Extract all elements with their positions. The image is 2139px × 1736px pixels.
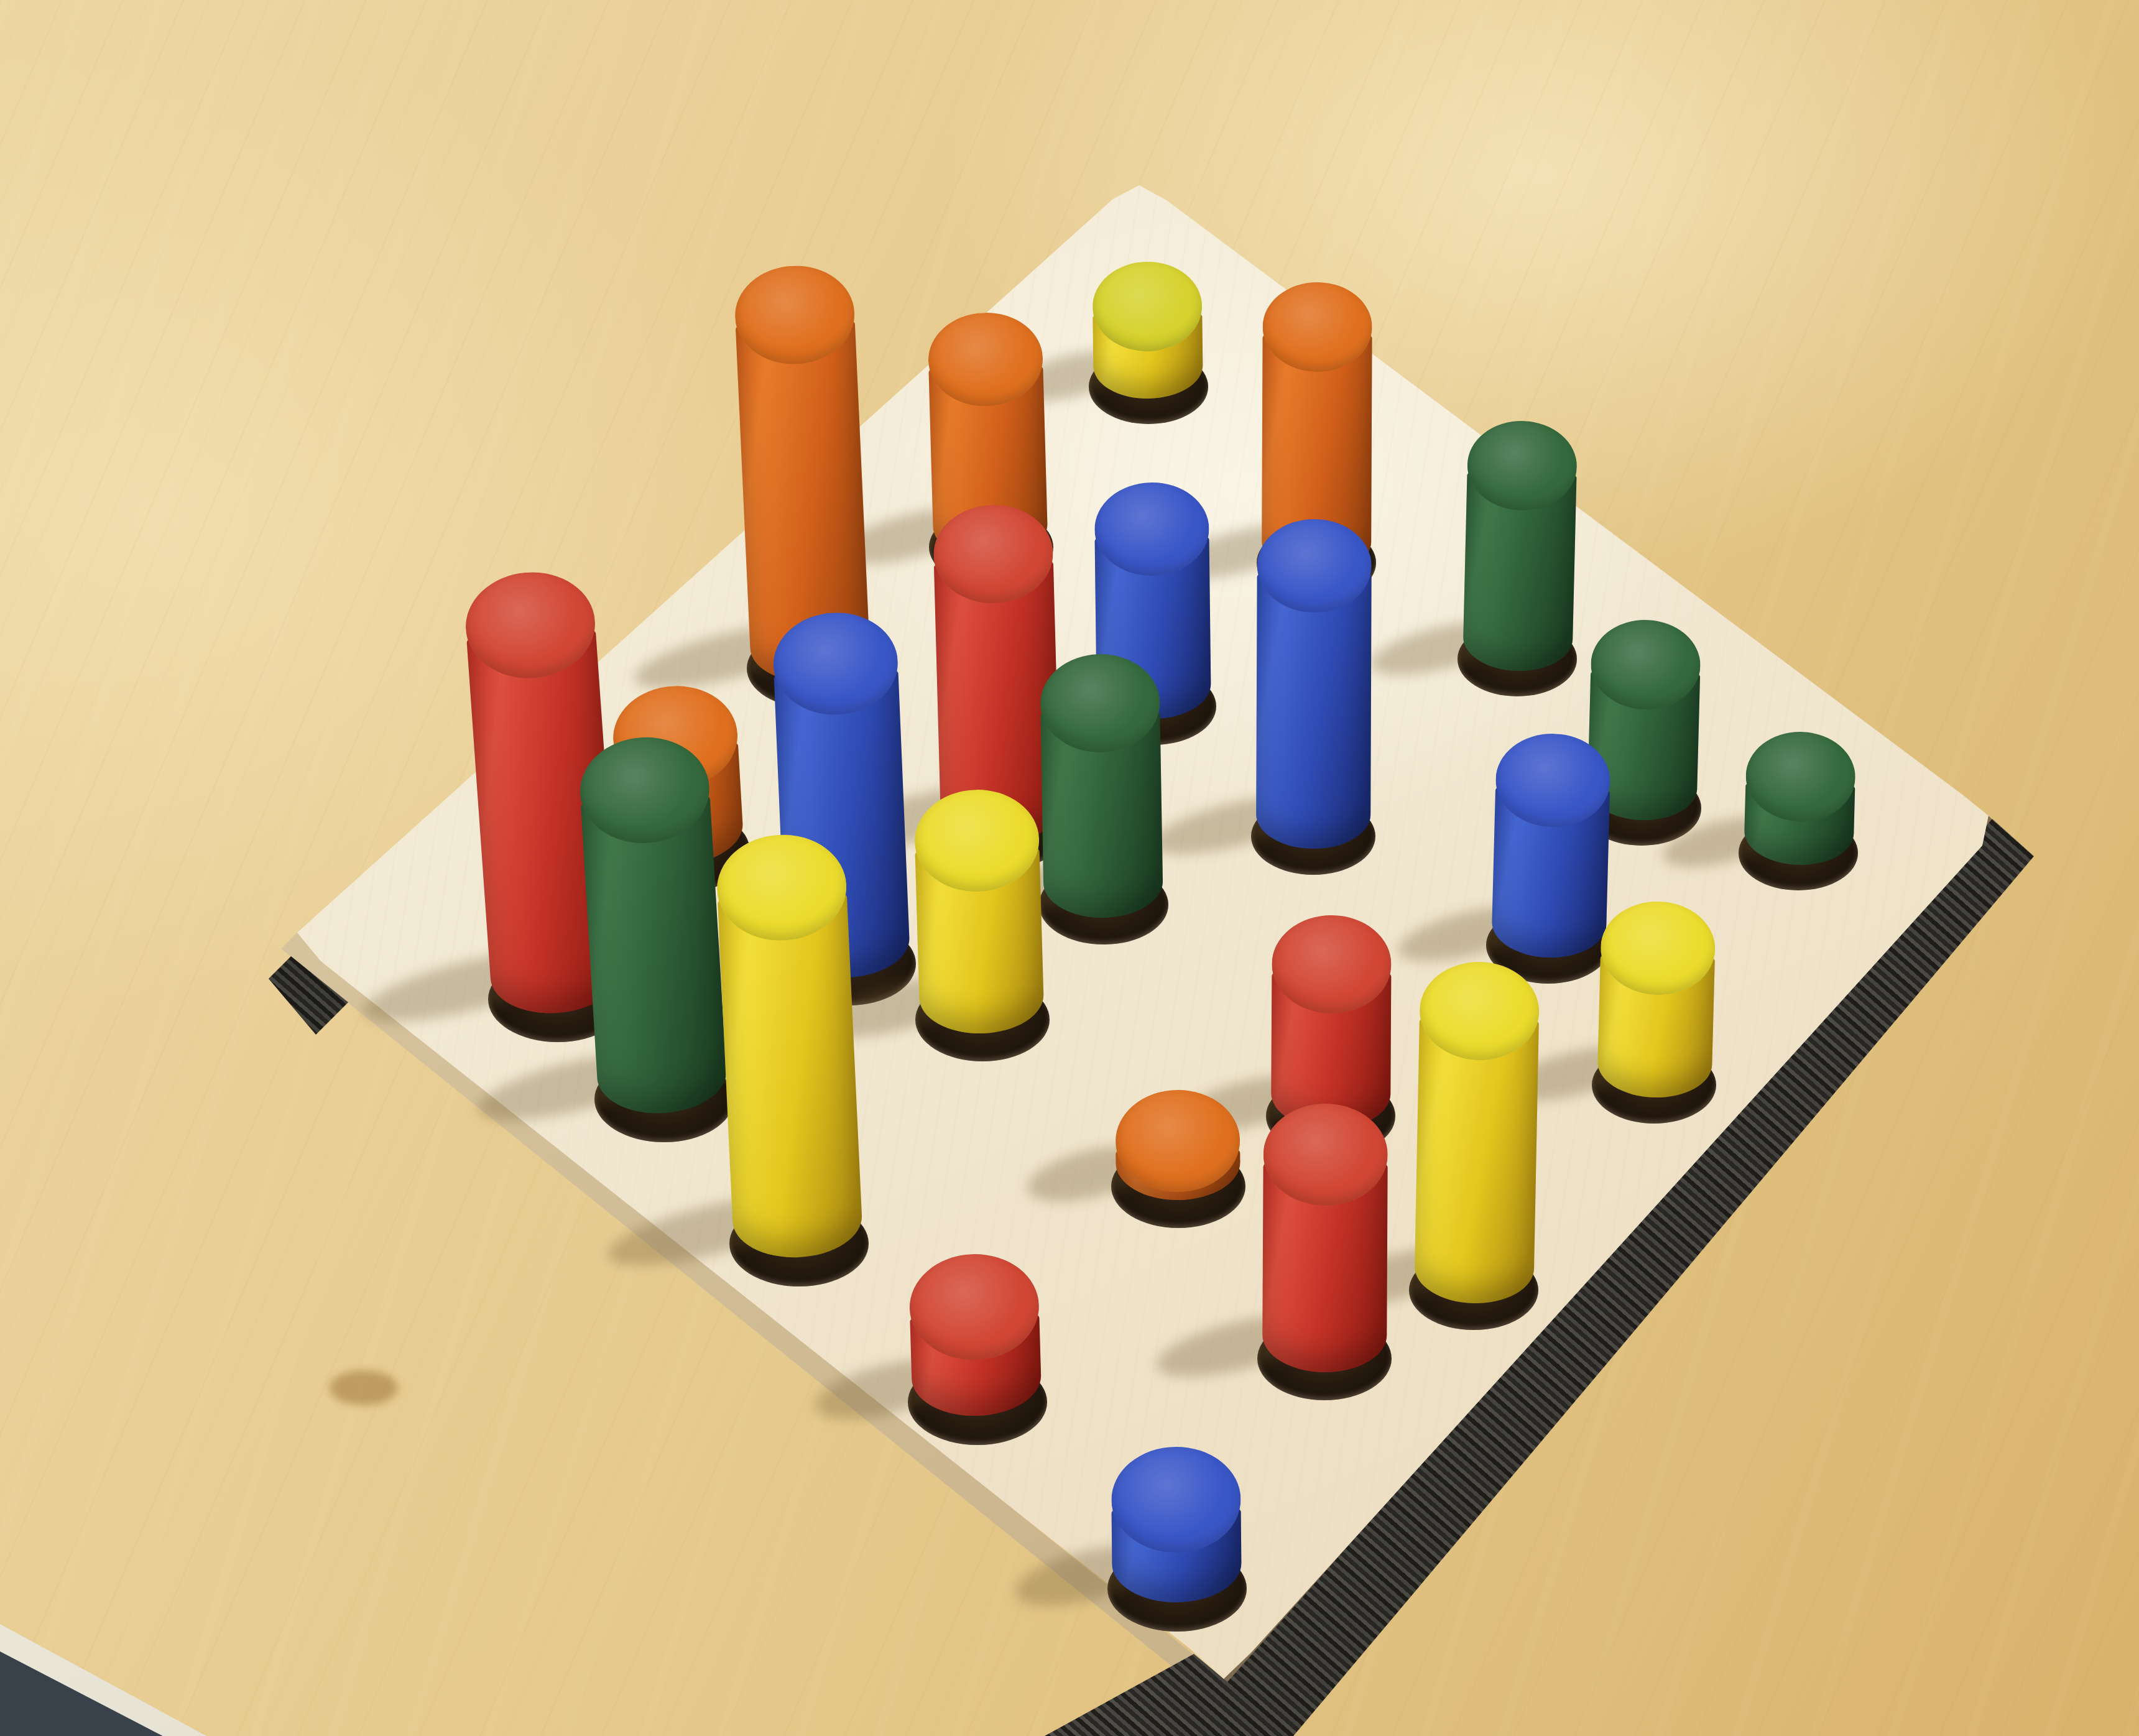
peg-cylinder-body: [717, 885, 864, 1260]
peg-r2c2-green-h3[interactable]: [1040, 702, 1163, 918]
peg-top-face: [1115, 1089, 1240, 1193]
peg-r0c0-yellow-h1[interactable]: [1093, 306, 1203, 399]
peg-r0c2-green-h4[interactable]: [1462, 464, 1577, 672]
peg-r1c4-yellow-h2[interactable]: [1597, 947, 1715, 1099]
peg-r2c4-yellow-h4[interactable]: [1414, 1010, 1539, 1304]
peg-r4c1-green-h5[interactable]: [580, 787, 729, 1117]
peg-r4c4-blue-h1[interactable]: [1111, 1499, 1242, 1603]
peg-r3c4-red-h3[interactable]: [1262, 1154, 1388, 1372]
peg-top-face: [1272, 915, 1392, 1013]
peg-r3c2-yellow-h3[interactable]: [915, 839, 1045, 1035]
peg-r4c3-red-h1[interactable]: [910, 1305, 1042, 1418]
peg-top-face: [1263, 1103, 1388, 1206]
peg-r4c2-yellow-h5[interactable]: [717, 885, 864, 1260]
peg-top-face: [1257, 519, 1372, 613]
pegs-layer: [0, 0, 2139, 1736]
peg-r1c3-blue-h2[interactable]: [1491, 779, 1610, 959]
peg-r0c4-green-h1[interactable]: [1744, 775, 1855, 867]
peg-r1c2-blue-h4[interactable]: [1256, 566, 1372, 849]
peg-top-face: [1262, 282, 1372, 372]
peg-r3c3-orange-h1[interactable]: [1116, 1140, 1240, 1201]
photo-scene: [0, 0, 2139, 1736]
